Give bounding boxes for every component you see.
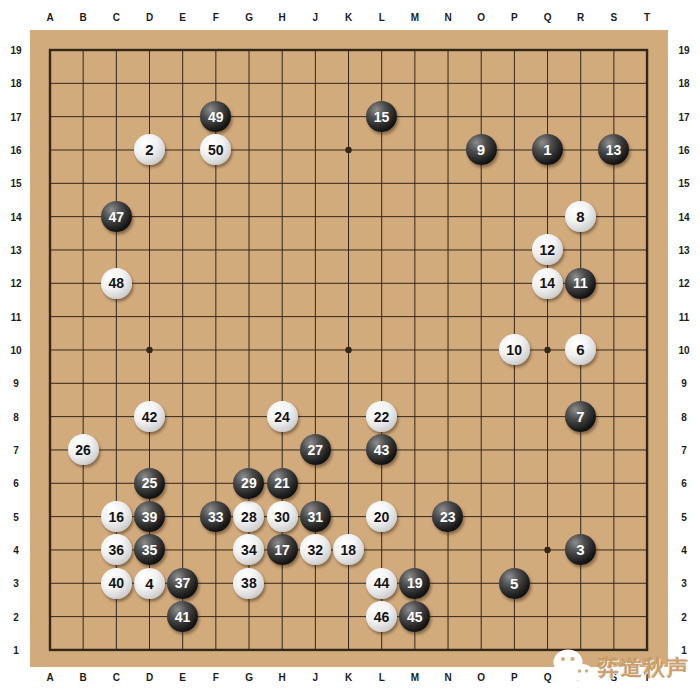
move-number: 3 [576, 542, 584, 557]
coord-label: 11 [11, 311, 22, 322]
stone-white-14: 14 [532, 268, 563, 299]
coord-label: 14 [10, 211, 21, 222]
go-diagram-page: AABBCCDDEEFFGGHHJJKKLLMMNNOOPPQQRRSSTT19… [0, 0, 700, 700]
stone-black-17: 17 [267, 534, 298, 565]
move-number: 6 [576, 342, 584, 357]
coord-label: 12 [10, 278, 21, 289]
move-number: 32 [307, 543, 323, 557]
coord-label: 14 [678, 211, 689, 222]
stone-white-16: 16 [101, 501, 132, 532]
move-number: 40 [108, 576, 124, 590]
move-number: 43 [374, 443, 390, 457]
stone-white-34: 34 [233, 534, 264, 565]
move-number: 4 [145, 576, 153, 591]
move-number: 37 [175, 576, 191, 590]
stone-white-2: 2 [134, 134, 165, 165]
coord-label: 8 [681, 411, 687, 422]
move-number: 2 [145, 142, 153, 157]
move-number: 28 [241, 510, 257, 524]
stone-black-27: 27 [300, 434, 331, 465]
stone-white-22: 22 [366, 401, 397, 432]
stone-black-35: 35 [134, 534, 165, 565]
stone-black-7: 7 [565, 401, 596, 432]
coord-label: F [213, 672, 219, 683]
stone-white-6: 6 [565, 334, 596, 365]
coord-label: R [577, 12, 584, 23]
stone-white-18: 18 [333, 534, 364, 565]
wechat-icon [551, 646, 595, 690]
coord-label: B [80, 672, 87, 683]
coord-label: J [313, 672, 319, 683]
coord-label: 17 [678, 111, 689, 122]
stone-white-4: 4 [134, 568, 165, 599]
move-number: 31 [307, 510, 323, 524]
coord-label: B [80, 12, 87, 23]
move-number: 11 [573, 276, 588, 290]
stone-white-28: 28 [233, 501, 264, 532]
stone-white-10: 10 [499, 334, 530, 365]
coord-label: 10 [10, 344, 21, 355]
coord-label: L [379, 12, 385, 23]
stone-black-25: 25 [134, 468, 165, 499]
stone-white-24: 24 [267, 401, 298, 432]
coord-label: 5 [681, 511, 687, 522]
coord-label: D [146, 672, 153, 683]
move-number: 19 [407, 576, 423, 590]
move-number: 34 [241, 543, 257, 557]
move-number: 49 [208, 110, 224, 124]
stone-white-8: 8 [565, 201, 596, 232]
stone-black-13: 13 [598, 134, 629, 165]
move-number: 10 [506, 343, 522, 357]
stone-white-50: 50 [200, 134, 231, 165]
stone-white-26: 26 [68, 434, 99, 465]
stone-black-37: 37 [167, 568, 198, 599]
stone-white-20: 20 [366, 501, 397, 532]
coord-label: G [245, 672, 253, 683]
coord-label: 18 [10, 78, 21, 89]
move-number: 45 [407, 610, 423, 624]
coord-label: A [46, 12, 53, 23]
coord-label: P [511, 12, 518, 23]
move-number: 35 [142, 543, 158, 557]
coord-label: 12 [678, 278, 689, 289]
coord-label: E [179, 12, 186, 23]
move-number: 39 [142, 510, 158, 524]
coord-label: 6 [13, 478, 19, 489]
coord-label: 17 [10, 111, 21, 122]
move-number: 25 [142, 476, 158, 490]
stone-black-11: 11 [565, 268, 596, 299]
stone-black-19: 19 [399, 568, 430, 599]
stone-white-36: 36 [101, 534, 132, 565]
coord-label: C [113, 12, 120, 23]
coord-label: E [179, 672, 186, 683]
move-number: 20 [374, 510, 390, 524]
stone-black-41: 41 [167, 601, 198, 632]
stone-black-23: 23 [432, 501, 463, 532]
move-number: 26 [75, 443, 91, 457]
move-number: 22 [374, 410, 390, 424]
stone-black-43: 43 [366, 434, 397, 465]
move-number: 12 [540, 243, 556, 257]
coord-label: 15 [10, 178, 21, 189]
coord-label: J [313, 12, 319, 23]
coord-label: K [345, 672, 352, 683]
coord-label: 19 [10, 45, 21, 56]
move-number: 30 [274, 510, 290, 524]
coord-label: 16 [678, 144, 689, 155]
stone-white-38: 38 [233, 568, 264, 599]
move-number: 18 [341, 543, 357, 557]
stone-white-48: 48 [101, 268, 132, 299]
coord-label: C [113, 672, 120, 683]
stone-black-29: 29 [233, 468, 264, 499]
coord-label: T [644, 12, 650, 23]
move-number: 38 [241, 576, 257, 590]
coord-label: N [444, 672, 451, 683]
coord-label: S [611, 12, 618, 23]
coord-label: 2 [681, 611, 687, 622]
coord-label: O [477, 12, 485, 23]
stone-black-33: 33 [200, 501, 231, 532]
stone-black-47: 47 [101, 201, 132, 232]
coord-label: 3 [681, 578, 687, 589]
coord-label: 18 [678, 78, 689, 89]
move-number: 46 [374, 610, 390, 624]
coord-label: H [279, 672, 286, 683]
stone-white-44: 44 [366, 568, 397, 599]
stone-black-31: 31 [300, 501, 331, 532]
coord-label: 4 [681, 544, 687, 555]
logo: 弈道秋声 [551, 646, 690, 690]
coord-label: H [279, 12, 286, 23]
stone-black-21: 21 [267, 468, 298, 499]
stone-white-12: 12 [532, 234, 563, 265]
move-number: 15 [374, 110, 390, 124]
coord-label: 19 [678, 45, 689, 56]
coord-label: 1 [13, 644, 19, 655]
coord-label: G [245, 12, 253, 23]
stone-black-15: 15 [366, 101, 397, 132]
coord-label: 7 [681, 444, 687, 455]
coord-label: N [444, 12, 451, 23]
stone-black-5: 5 [499, 568, 530, 599]
move-number: 29 [241, 476, 257, 490]
coord-label: F [213, 12, 219, 23]
coord-label: M [411, 12, 419, 23]
move-number: 1 [543, 142, 551, 157]
stone-black-1: 1 [532, 134, 563, 165]
move-number: 24 [274, 410, 290, 424]
move-number: 33 [208, 510, 224, 524]
coord-label: M [411, 672, 419, 683]
stone-white-46: 46 [366, 601, 397, 632]
move-number: 17 [274, 543, 290, 557]
go-board: 1234567891011121314151617181920212223242… [33, 33, 663, 666]
coord-label: 3 [13, 578, 19, 589]
move-number: 5 [510, 576, 518, 591]
move-number: 36 [108, 543, 124, 557]
move-number: 27 [307, 443, 323, 457]
move-number: 7 [576, 409, 584, 424]
coord-label: D [146, 12, 153, 23]
coord-label: 6 [681, 478, 687, 489]
coord-label: 15 [678, 178, 689, 189]
move-number: 50 [208, 143, 224, 157]
move-number: 9 [477, 142, 485, 157]
stone-black-9: 9 [466, 134, 497, 165]
coord-label: A [46, 672, 53, 683]
coord-label: 11 [679, 311, 690, 322]
move-number: 16 [108, 510, 124, 524]
coord-label: P [511, 672, 518, 683]
move-number: 8 [576, 209, 584, 224]
move-number: 14 [540, 276, 556, 290]
move-number: 44 [374, 576, 390, 590]
move-number: 41 [175, 610, 191, 624]
move-number: 21 [274, 476, 290, 490]
move-number: 23 [440, 510, 456, 524]
stone-white-40: 40 [101, 568, 132, 599]
stone-black-49: 49 [200, 101, 231, 132]
move-number: 42 [142, 410, 158, 424]
stone-black-45: 45 [399, 601, 430, 632]
coord-label: 4 [13, 544, 19, 555]
coord-label: O [477, 672, 485, 683]
coord-label: 13 [678, 244, 689, 255]
stone-black-3: 3 [565, 534, 596, 565]
stone-white-42: 42 [134, 401, 165, 432]
coord-label: 9 [681, 378, 687, 389]
move-number: 48 [108, 276, 124, 290]
stone-white-30: 30 [267, 501, 298, 532]
coord-label: L [379, 672, 385, 683]
coord-label: 2 [13, 611, 19, 622]
coord-label: 9 [13, 378, 19, 389]
move-number: 47 [108, 210, 124, 224]
coord-label: Q [544, 12, 552, 23]
stone-white-32: 32 [300, 534, 331, 565]
coord-label: 7 [13, 444, 19, 455]
coord-label: 13 [10, 244, 21, 255]
coord-label: 16 [10, 144, 21, 155]
coord-label: 5 [13, 511, 19, 522]
coord-label: 8 [13, 411, 19, 422]
move-number: 13 [606, 143, 622, 157]
coord-label: 10 [678, 344, 689, 355]
stone-black-39: 39 [134, 501, 165, 532]
coord-label: K [345, 12, 352, 23]
logo-text: 弈道秋声 [598, 654, 690, 682]
